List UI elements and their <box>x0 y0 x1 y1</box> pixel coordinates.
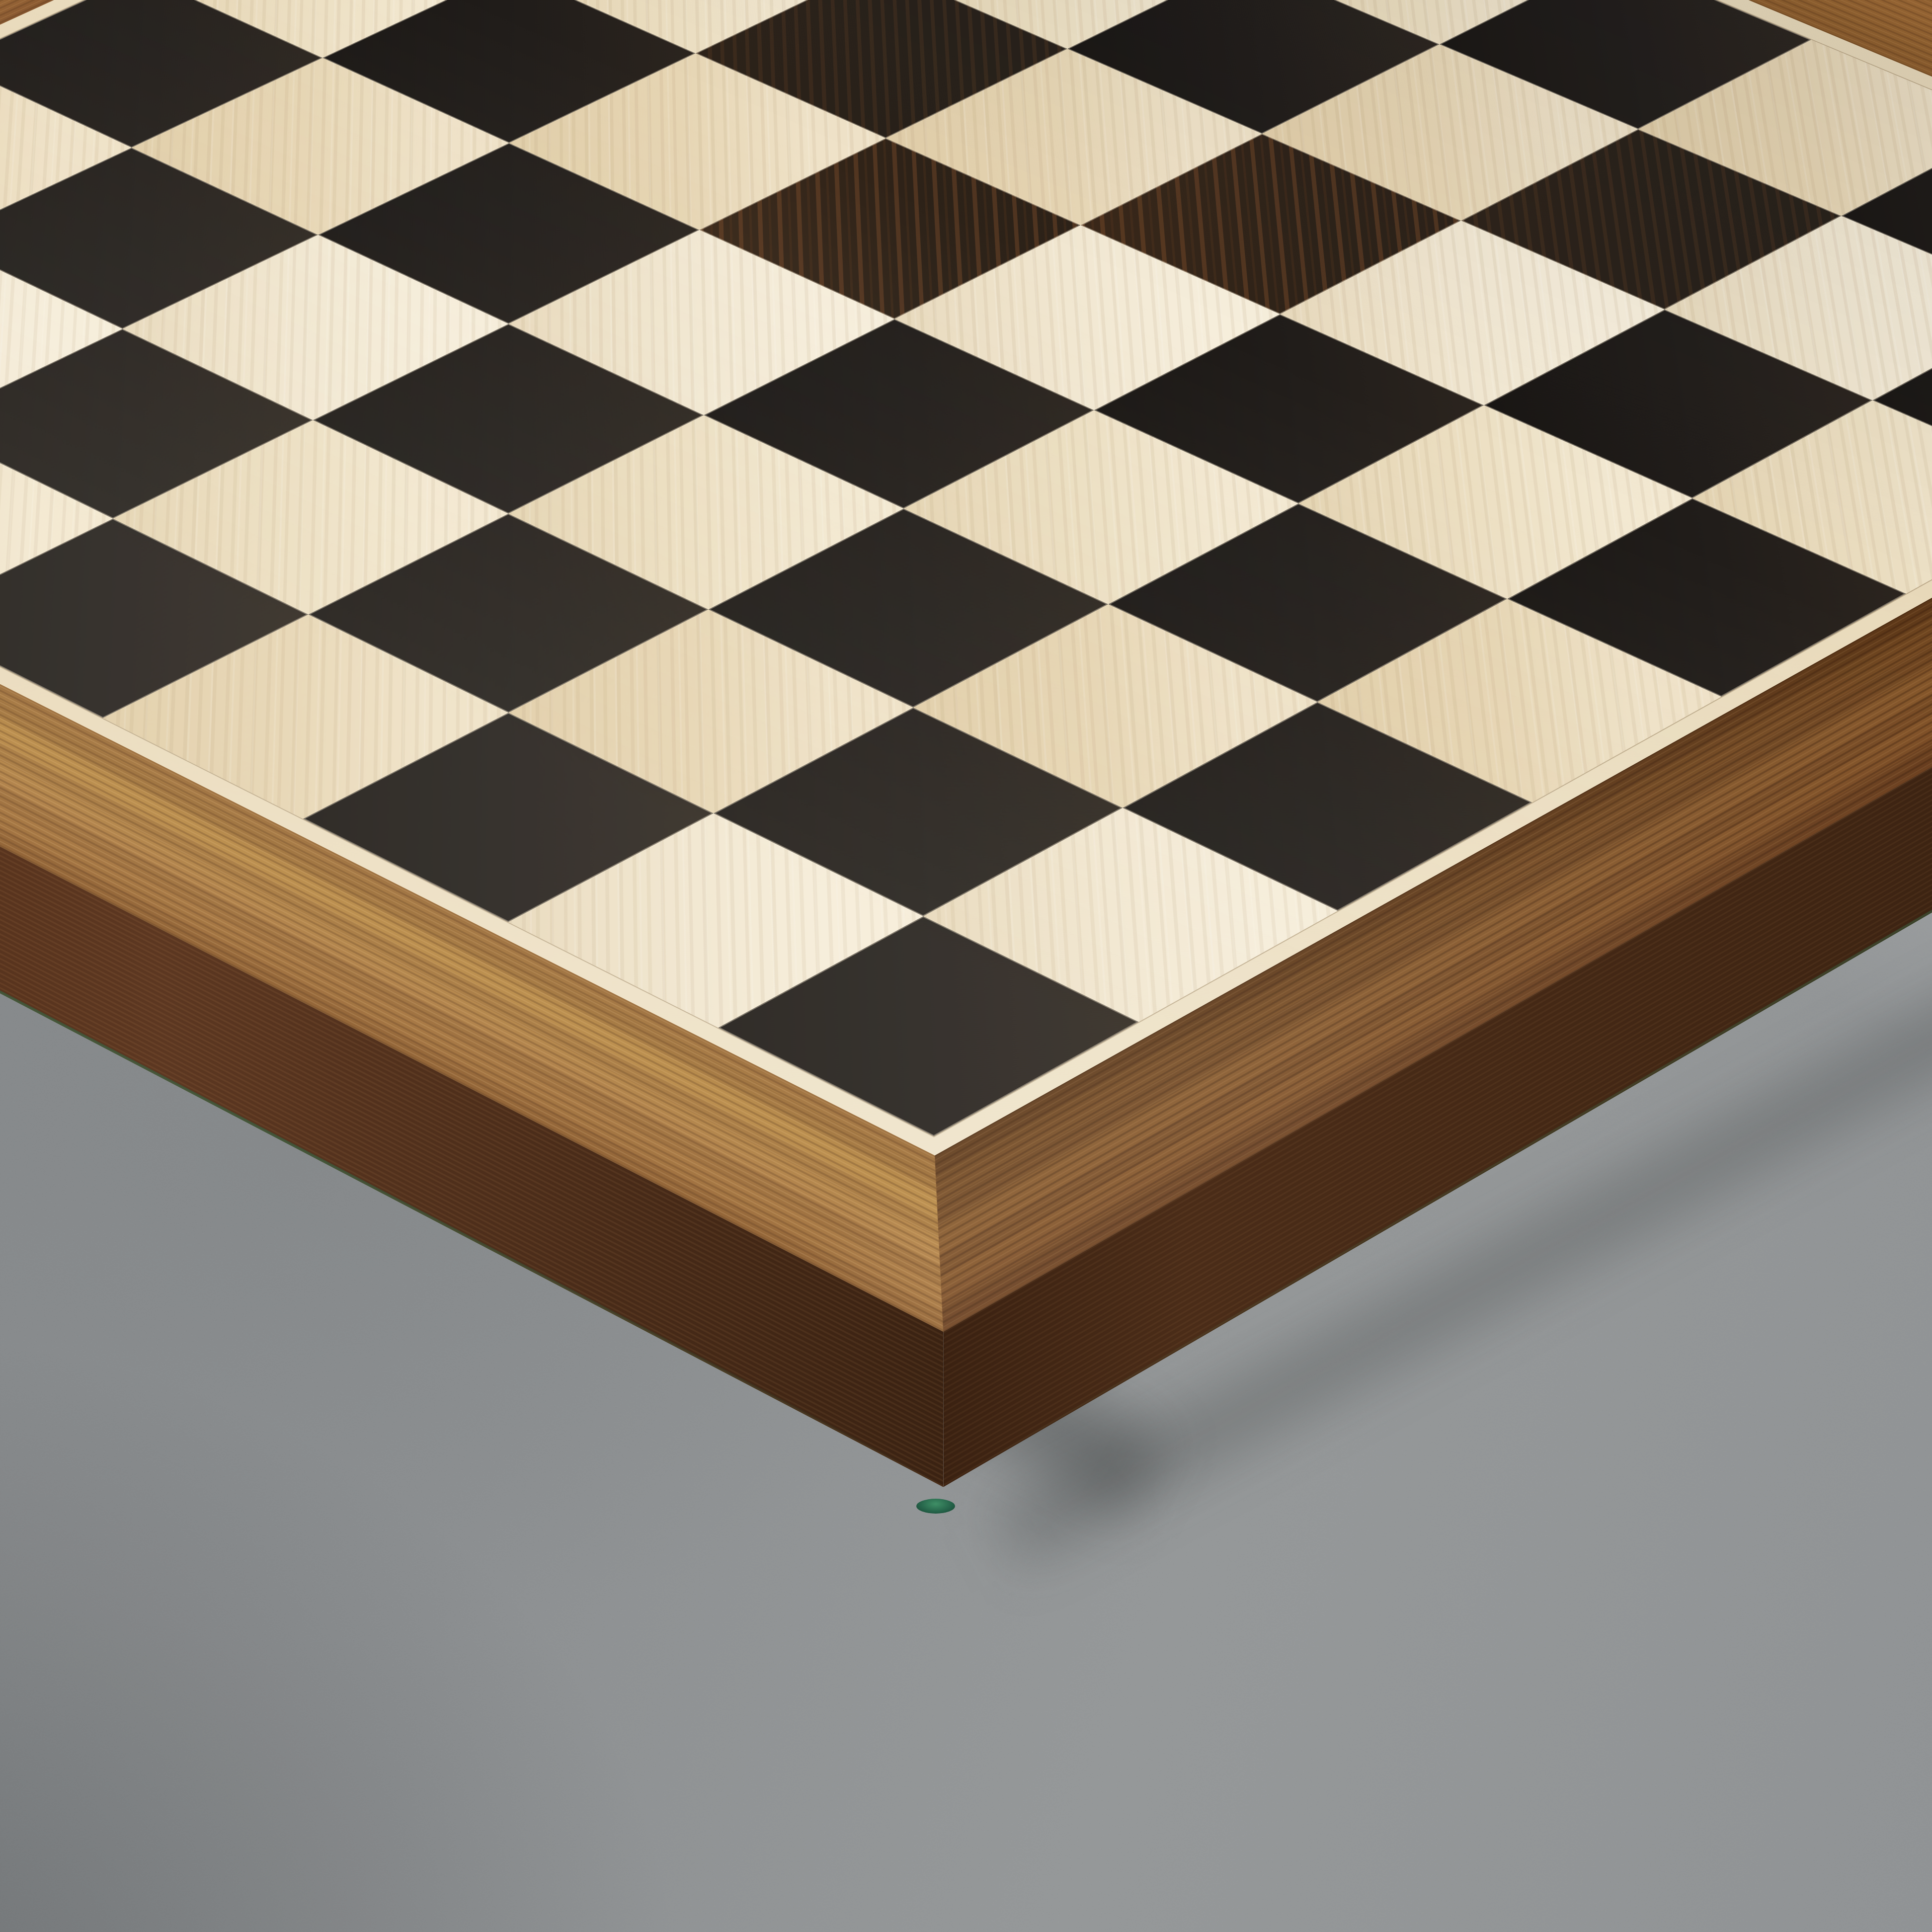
square-r6c4-dark <box>308 514 708 713</box>
square-r4c6-dark <box>1108 503 1507 702</box>
square-r7c2-light <box>0 425 113 620</box>
square-r3c5-dark <box>1094 314 1484 503</box>
square-r6c6-dark <box>713 707 1123 916</box>
square-r4c4-dark <box>704 319 1094 508</box>
square-r2c7-light <box>1692 400 1932 593</box>
chess-board <box>0 0 1932 1332</box>
square-r5c3-dark <box>313 324 704 514</box>
square-r5c6-light <box>913 604 1318 808</box>
square-r7c3-dark <box>0 519 308 718</box>
square-r4c5-light <box>903 410 1298 604</box>
square-r5c4-light <box>508 415 903 609</box>
square-r6c5-light <box>508 609 913 813</box>
square-r6c2-dark <box>0 329 313 519</box>
square-r2c6-dark <box>1484 310 1873 498</box>
square-r3c6-light <box>1298 405 1692 599</box>
square-r6c3-light <box>113 420 508 614</box>
scene <box>0 0 1932 1932</box>
photo-canvas <box>0 0 1932 1932</box>
square-r5c5-dark <box>709 508 1108 707</box>
